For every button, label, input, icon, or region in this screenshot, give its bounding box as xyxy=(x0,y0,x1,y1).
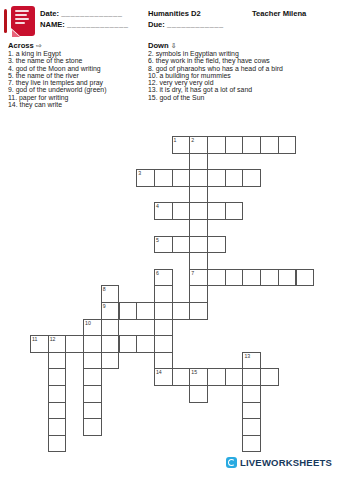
crossword-cell[interactable] xyxy=(154,319,173,337)
crossword-cell[interactable] xyxy=(101,352,120,370)
clue-number: 12 xyxy=(50,336,56,342)
crossword-cell[interactable]: 9 xyxy=(101,302,120,320)
crossword-cell[interactable] xyxy=(260,368,279,386)
crossword-cell[interactable]: 7 xyxy=(189,269,208,287)
crossword-cell[interactable] xyxy=(278,136,297,154)
clue-number: 6 xyxy=(156,270,159,276)
crossword-cell[interactable] xyxy=(119,335,138,353)
crossword-cell[interactable]: 12 xyxy=(48,335,67,353)
liveworksheets-icon xyxy=(226,457,237,468)
crossword-cell[interactable] xyxy=(242,368,261,386)
crossword-cell[interactable] xyxy=(119,302,138,320)
crossword-cell[interactable] xyxy=(242,169,261,187)
crossword-cell[interactable] xyxy=(83,335,102,353)
crossword-cell[interactable]: 1 xyxy=(172,136,191,154)
crossword-cell[interactable] xyxy=(189,169,208,187)
crossword-cell[interactable] xyxy=(207,202,226,220)
crossword-cell[interactable] xyxy=(207,169,226,187)
crossword-cell[interactable] xyxy=(154,285,173,303)
crossword-cell[interactable] xyxy=(65,335,84,353)
clue-number: 13 xyxy=(244,353,250,359)
clue-number: 14 xyxy=(156,369,162,375)
crossword-cell[interactable] xyxy=(225,368,244,386)
clue-number: 8 xyxy=(103,286,106,292)
crossword-cell[interactable] xyxy=(48,435,67,453)
crossword-cell[interactable] xyxy=(48,402,67,420)
crossword-cell[interactable] xyxy=(242,435,261,453)
crossword-cell[interactable] xyxy=(242,402,261,420)
crossword-cell[interactable] xyxy=(83,418,102,436)
clue-number: 11 xyxy=(32,336,37,342)
crossword-cell[interactable]: 2 xyxy=(189,136,208,154)
clue-number: 2 xyxy=(191,137,194,143)
crossword-cell[interactable] xyxy=(242,269,261,287)
crossword-cell[interactable] xyxy=(48,385,67,403)
crossword-cell[interactable] xyxy=(172,202,191,220)
crossword-cell[interactable] xyxy=(242,418,261,436)
crossword-cell[interactable] xyxy=(48,368,67,386)
crossword-cell[interactable] xyxy=(207,236,226,254)
crossword-cell[interactable] xyxy=(260,136,279,154)
crossword-cell[interactable] xyxy=(260,269,279,287)
crossword-cell[interactable] xyxy=(172,368,191,386)
crossword-cell[interactable] xyxy=(101,335,120,353)
crossword-cell[interactable] xyxy=(207,368,226,386)
clue-number: 7 xyxy=(191,270,194,276)
crossword-cell[interactable]: 3 xyxy=(136,169,155,187)
clue-number: 4 xyxy=(156,203,159,209)
crossword-cell[interactable] xyxy=(154,169,173,187)
crossword-cell[interactable]: 4 xyxy=(154,202,173,220)
crossword-cell[interactable] xyxy=(207,136,226,154)
crossword-cell[interactable] xyxy=(225,169,244,187)
crossword-cell[interactable] xyxy=(48,418,67,436)
crossword-cell[interactable] xyxy=(136,302,155,320)
clue-number: 1 xyxy=(174,137,177,143)
crossword-cell[interactable] xyxy=(83,402,102,420)
crossword-cell[interactable] xyxy=(189,202,208,220)
crossword-cell[interactable] xyxy=(172,302,191,320)
crossword-cell[interactable] xyxy=(83,385,102,403)
crossword-cell[interactable] xyxy=(154,335,173,353)
crossword-cell[interactable] xyxy=(225,202,244,220)
crossword-cell[interactable] xyxy=(189,285,208,303)
crossword-cell[interactable]: 15 xyxy=(189,368,208,386)
crossword-cell[interactable] xyxy=(154,302,173,320)
crossword-cell[interactable] xyxy=(242,136,261,154)
crossword-cell[interactable] xyxy=(136,335,155,353)
crossword-cell[interactable]: 10 xyxy=(83,319,102,337)
crossword-cell[interactable] xyxy=(242,385,261,403)
crossword-grid: 127345614891011121315 xyxy=(0,0,340,480)
crossword-cell[interactable] xyxy=(189,153,208,171)
crossword-cell[interactable] xyxy=(189,219,208,237)
clue-number: 3 xyxy=(138,170,141,176)
crossword-cell[interactable] xyxy=(48,352,67,370)
crossword-cell[interactable]: 11 xyxy=(30,335,49,353)
crossword-cell[interactable] xyxy=(207,269,226,287)
crossword-cell[interactable] xyxy=(225,269,244,287)
clue-number: 10 xyxy=(85,320,91,326)
crossword-cell[interactable] xyxy=(225,136,244,154)
crossword-cell[interactable] xyxy=(296,269,315,287)
crossword-cell[interactable] xyxy=(189,186,208,204)
crossword-cell[interactable]: 14 xyxy=(154,368,173,386)
crossword-cell[interactable]: 13 xyxy=(242,352,261,370)
crossword-cell[interactable]: 5 xyxy=(154,236,173,254)
clue-number: 5 xyxy=(156,237,159,243)
crossword-cell[interactable]: 8 xyxy=(101,285,120,303)
clue-number: 15 xyxy=(191,369,197,375)
liveworksheets-brand[interactable]: LIVEWORKSHEETS xyxy=(226,455,332,469)
crossword-cell[interactable] xyxy=(172,169,191,187)
crossword-cell[interactable] xyxy=(172,236,191,254)
crossword-cell[interactable] xyxy=(278,269,297,287)
crossword-cell[interactable]: 6 xyxy=(154,269,173,287)
crossword-cell[interactable] xyxy=(189,302,208,320)
crossword-cell[interactable] xyxy=(83,352,102,370)
liveworksheets-text: LIVEWORKSHEETS xyxy=(240,457,332,468)
crossword-cell[interactable] xyxy=(189,236,208,254)
crossword-cell[interactable] xyxy=(101,319,120,337)
crossword-cell[interactable] xyxy=(154,352,173,370)
clue-number: 9 xyxy=(103,303,106,309)
crossword-cell[interactable] xyxy=(189,385,208,403)
crossword-cell[interactable] xyxy=(189,252,208,270)
crossword-cell[interactable] xyxy=(83,368,102,386)
